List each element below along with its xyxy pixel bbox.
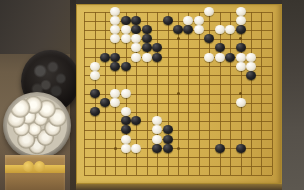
black-stone bbox=[131, 25, 141, 34]
board-shadow-bottom bbox=[76, 184, 282, 190]
white-stone bbox=[215, 53, 225, 62]
background-strip-top bbox=[76, 0, 304, 4]
black-stone bbox=[152, 144, 162, 153]
white-stone bbox=[121, 144, 131, 153]
black-stone bbox=[142, 43, 152, 52]
go-board bbox=[76, 4, 282, 184]
go-board-grid bbox=[79, 7, 277, 180]
white-stone bbox=[131, 43, 141, 52]
black-stone bbox=[142, 34, 152, 43]
black-stone bbox=[90, 89, 100, 98]
black-stone bbox=[131, 116, 141, 125]
star-point bbox=[177, 92, 180, 95]
black-stone bbox=[225, 53, 235, 62]
black-stone bbox=[246, 71, 256, 80]
white-stone bbox=[236, 53, 246, 62]
black-stone bbox=[163, 16, 173, 25]
black-stone bbox=[100, 98, 110, 107]
star-point bbox=[239, 92, 242, 95]
black-stone bbox=[110, 62, 120, 71]
grid-line-horizontal bbox=[84, 112, 272, 113]
white-stone-bowl bbox=[3, 92, 71, 159]
grid-line-horizontal bbox=[84, 139, 272, 140]
white-stone bbox=[246, 62, 256, 71]
white-stone bbox=[236, 62, 246, 71]
white-stones-in-bowl bbox=[7, 96, 67, 155]
dark-background-top-left bbox=[0, 0, 76, 54]
grid-line-vertical bbox=[261, 12, 262, 176]
black-stone bbox=[121, 16, 131, 25]
white-stone bbox=[194, 16, 204, 25]
black-stone bbox=[90, 107, 100, 116]
white-stone bbox=[131, 34, 141, 43]
black-stone bbox=[236, 25, 246, 34]
white-stone bbox=[215, 25, 225, 34]
white-stone bbox=[90, 71, 100, 80]
white-stone bbox=[121, 25, 131, 34]
white-stone bbox=[121, 135, 131, 144]
white-stone bbox=[131, 53, 141, 62]
star-point bbox=[177, 37, 180, 40]
white-stone bbox=[110, 98, 120, 107]
black-stone bbox=[163, 125, 173, 134]
black-stone bbox=[173, 25, 183, 34]
gift-box bbox=[5, 155, 65, 190]
grid-line-vertical bbox=[251, 12, 252, 176]
black-stone bbox=[121, 62, 131, 71]
white-stone bbox=[110, 16, 120, 25]
white-stone bbox=[225, 25, 235, 34]
white-stone bbox=[142, 53, 152, 62]
background-strip-right bbox=[282, 0, 304, 190]
white-stone bbox=[121, 34, 131, 43]
black-stone bbox=[100, 53, 110, 62]
white-stone bbox=[194, 25, 204, 34]
black-stone bbox=[131, 16, 141, 25]
black-stone bbox=[142, 25, 152, 34]
white-stone bbox=[110, 7, 120, 16]
black-stone bbox=[163, 135, 173, 144]
black-stone bbox=[163, 144, 173, 153]
grid-line-vertical bbox=[272, 12, 273, 176]
white-stone bbox=[204, 7, 214, 16]
black-stone bbox=[152, 53, 162, 62]
white-stone bbox=[236, 16, 246, 25]
white-stone bbox=[152, 116, 162, 125]
white-stone bbox=[90, 62, 100, 71]
grid-line-horizontal bbox=[84, 175, 272, 176]
black-stone bbox=[204, 34, 214, 43]
white-stone bbox=[183, 16, 193, 25]
white-stone bbox=[110, 25, 120, 34]
white-stone bbox=[110, 89, 120, 98]
black-stone bbox=[152, 43, 162, 52]
grid-line-horizontal bbox=[84, 130, 272, 131]
go-game-photo bbox=[0, 0, 304, 190]
white-stone bbox=[204, 53, 214, 62]
black-stone bbox=[121, 116, 131, 125]
white-stone bbox=[152, 135, 162, 144]
black-stone bbox=[121, 125, 131, 134]
grid-line-horizontal bbox=[84, 157, 272, 158]
white-stone bbox=[110, 34, 120, 43]
white-stone bbox=[236, 7, 246, 16]
grid-line-vertical bbox=[230, 12, 231, 176]
white-stone bbox=[152, 125, 162, 134]
grid-line-horizontal bbox=[84, 166, 272, 167]
black-stone bbox=[236, 144, 246, 153]
grid-line-vertical bbox=[188, 12, 189, 176]
white-stone bbox=[121, 107, 131, 116]
black-stone bbox=[183, 25, 193, 34]
white-stone bbox=[121, 89, 131, 98]
white-stone bbox=[236, 98, 246, 107]
black-stone bbox=[110, 53, 120, 62]
grid-line-vertical bbox=[199, 12, 200, 176]
black-stone bbox=[215, 43, 225, 52]
black-stone bbox=[215, 144, 225, 153]
star-point bbox=[177, 147, 180, 150]
star-point bbox=[114, 147, 117, 150]
black-stone bbox=[236, 43, 246, 52]
white-stone bbox=[131, 144, 141, 153]
white-stone bbox=[246, 53, 256, 62]
grid-line-horizontal bbox=[84, 121, 272, 122]
gold-ribbon-bow bbox=[23, 159, 45, 175]
star-point bbox=[239, 37, 242, 40]
